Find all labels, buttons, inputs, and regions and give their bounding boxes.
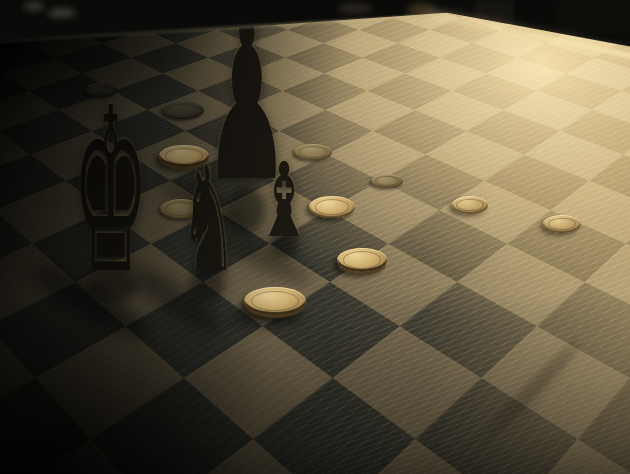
bishop-glyph: ♝: [255, 149, 313, 252]
piece-layer: ♟♚♞♝: [0, 0, 630, 474]
table-surface: ♟♚♞♝: [0, 0, 630, 474]
king-piece[interactable]: ♚: [82, 126, 140, 278]
background-reflection-blob: [338, 3, 372, 14]
background-reflection-blob: [48, 8, 76, 18]
background-object-silhouette: [556, 0, 630, 34]
king-glyph: ♚: [72, 78, 149, 305]
bishop-piece[interactable]: ♝: [266, 171, 302, 240]
knight-glyph: ♞: [180, 146, 236, 292]
knight-piece[interactable]: ♞: [188, 176, 228, 274]
chess-photo-scene: ♟♚♞♝: [0, 0, 630, 474]
background-reflection-blob: [24, 2, 44, 11]
